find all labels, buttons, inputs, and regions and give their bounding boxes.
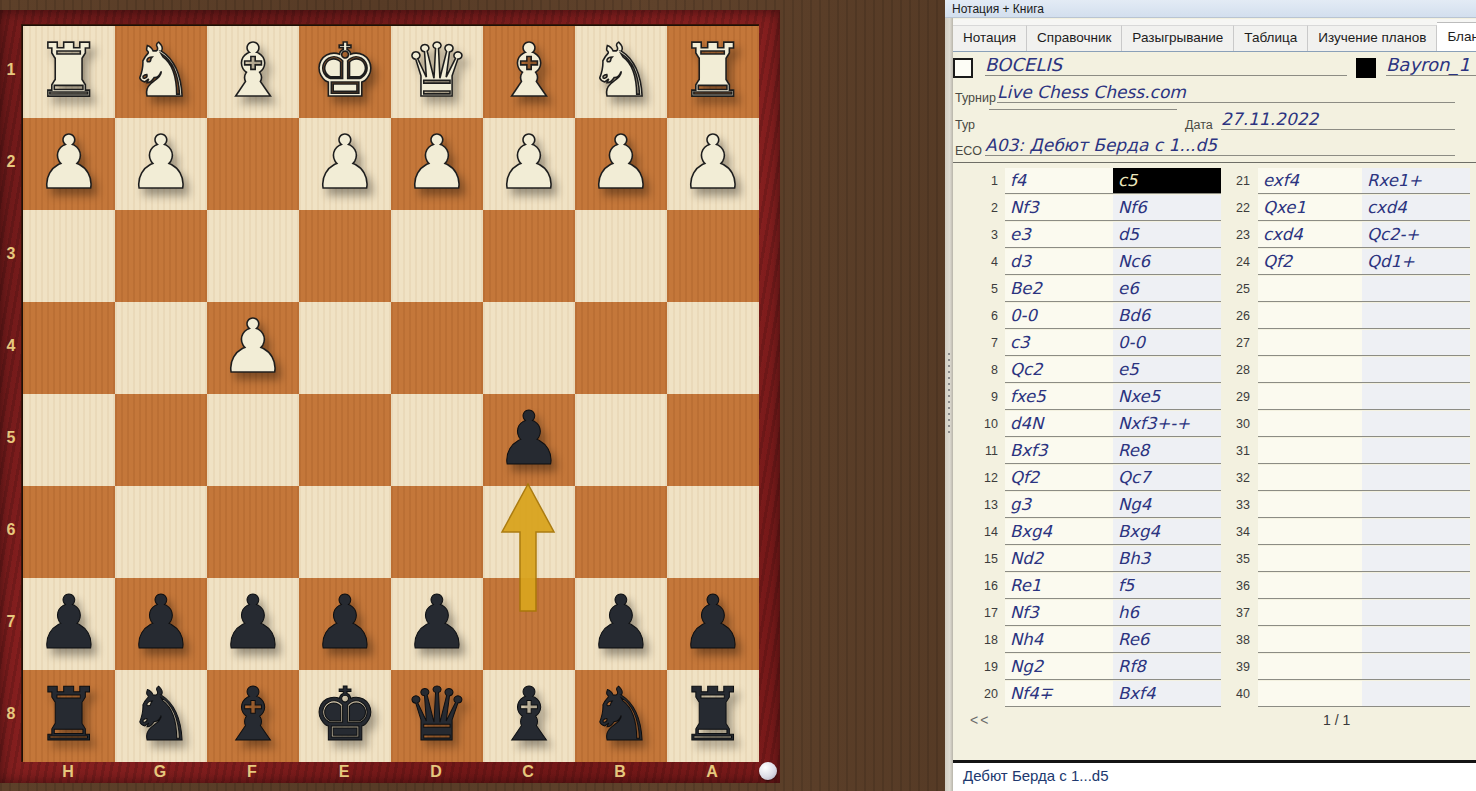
rank-label-6: 6 bbox=[0, 521, 22, 539]
move-row-23: 23cxd4Qc2-+ bbox=[953, 222, 1476, 249]
move-40-white[interactable] bbox=[1258, 681, 1362, 707]
move-24-black[interactable]: Qd1+ bbox=[1362, 249, 1470, 275]
piece-white-rook-a1[interactable]: ♜ bbox=[667, 26, 759, 118]
board-options-button[interactable] bbox=[759, 762, 777, 780]
move-35-black[interactable] bbox=[1362, 546, 1470, 572]
piece-white-pawn-b2[interactable]: ♟ bbox=[575, 118, 667, 210]
rank-label-2: 2 bbox=[0, 153, 22, 171]
square-e2[interactable]: ♟ bbox=[299, 118, 391, 210]
square-g1[interactable]: ♞ bbox=[115, 26, 207, 118]
square-a6[interactable] bbox=[667, 486, 759, 578]
file-label-F: F bbox=[206, 763, 298, 781]
move-number-30: 30 bbox=[1205, 417, 1250, 431]
piece-white-knight-b1[interactable]: ♞ bbox=[575, 26, 667, 118]
square-e7[interactable]: ♟ bbox=[299, 578, 391, 670]
chess-board[interactable]: ♜♞♝♚♛♝♞♜♟♟♟♟♟♟♟♟♟♟♟♟♟♟♟♟♜♞♝♚♛♝♞♜ bbox=[22, 25, 758, 761]
move-number-40: 40 bbox=[1205, 687, 1250, 701]
square-h4[interactable] bbox=[23, 302, 115, 394]
move-number-34: 34 bbox=[1205, 525, 1250, 539]
piece-white-pawn-c2[interactable]: ♟ bbox=[483, 118, 575, 210]
eco-label: ECO bbox=[955, 144, 982, 158]
piece-white-king-e1[interactable]: ♚ bbox=[299, 26, 391, 118]
square-g7[interactable]: ♟ bbox=[115, 578, 207, 670]
file-label-H: H bbox=[22, 763, 114, 781]
tournament-value[interactable]: Live Chess Chess.com bbox=[997, 82, 1455, 103]
square-f8[interactable]: ♝ bbox=[207, 670, 299, 762]
chess-board-frame: ♜♞♝♚♛♝♞♜♟♟♟♟♟♟♟♟♟♟♟♟♟♟♟♟♜♞♝♚♛♝♞♜ 1234567… bbox=[0, 10, 780, 783]
move-34-white[interactable] bbox=[1258, 519, 1362, 545]
piece-black-pawn-c5[interactable]: ♟ bbox=[483, 394, 575, 486]
square-f6[interactable] bbox=[207, 486, 299, 578]
piece-black-queen-d8[interactable]: ♛ bbox=[391, 670, 483, 762]
square-c4[interactable] bbox=[483, 302, 575, 394]
square-h3[interactable] bbox=[23, 210, 115, 302]
square-g3[interactable] bbox=[115, 210, 207, 302]
move-21-white[interactable]: exf4 bbox=[1258, 168, 1362, 194]
move-25-black[interactable] bbox=[1362, 276, 1470, 302]
move-number-36: 36 bbox=[1205, 579, 1250, 593]
move-23-white[interactable]: cxd4 bbox=[1258, 222, 1362, 248]
move-38-white[interactable] bbox=[1258, 627, 1362, 653]
move-40-black[interactable] bbox=[1362, 681, 1470, 707]
move-28-white[interactable] bbox=[1258, 357, 1362, 383]
square-h5[interactable] bbox=[23, 394, 115, 486]
tab-reference[interactable]: Справочник bbox=[1027, 25, 1122, 51]
move-21-black[interactable]: Rxe1+ bbox=[1362, 168, 1470, 194]
square-e1[interactable]: ♚ bbox=[299, 26, 391, 118]
square-g5[interactable] bbox=[115, 394, 207, 486]
file-label-A: A bbox=[666, 763, 758, 781]
move-30-white[interactable] bbox=[1258, 411, 1362, 437]
square-f5[interactable] bbox=[207, 394, 299, 486]
move-row-33: 33 bbox=[953, 492, 1476, 519]
square-b1[interactable]: ♞ bbox=[575, 26, 667, 118]
piece-white-pawn-f4[interactable]: ♟ bbox=[207, 302, 299, 394]
square-c6[interactable] bbox=[483, 486, 575, 578]
move-37-black[interactable] bbox=[1362, 600, 1470, 626]
file-label-B: B bbox=[574, 763, 666, 781]
move-27-white[interactable] bbox=[1258, 330, 1362, 356]
scoresheet-content: BOCELIS Bayron_1 Турнир Live Chess Chess… bbox=[953, 52, 1476, 760]
piece-black-knight-b8[interactable]: ♞ bbox=[575, 670, 667, 762]
square-h6[interactable] bbox=[23, 486, 115, 578]
move-number-26: 26 bbox=[1205, 309, 1250, 323]
square-a2[interactable]: ♟ bbox=[667, 118, 759, 210]
move-number-29: 29 bbox=[1205, 390, 1250, 404]
move-31-black[interactable] bbox=[1362, 438, 1470, 464]
tournament-label: Турнир bbox=[955, 91, 996, 105]
tab-playout[interactable]: Разыгрывание bbox=[1122, 25, 1234, 51]
piece-white-pawn-e2[interactable]: ♟ bbox=[299, 118, 391, 210]
move-number-31: 31 bbox=[1205, 444, 1250, 458]
tab-table[interactable]: Таблица bbox=[1234, 25, 1308, 51]
move-31-white[interactable] bbox=[1258, 438, 1362, 464]
move-row-37: 37 bbox=[953, 600, 1476, 627]
square-g4[interactable] bbox=[115, 302, 207, 394]
piece-black-rook-a8[interactable]: ♜ bbox=[667, 670, 759, 762]
square-d2[interactable]: ♟ bbox=[391, 118, 483, 210]
square-g2[interactable]: ♟ bbox=[115, 118, 207, 210]
square-c5[interactable]: ♟ bbox=[483, 394, 575, 486]
piece-white-pawn-d2[interactable]: ♟ bbox=[391, 118, 483, 210]
rank-label-4: 4 bbox=[0, 337, 22, 355]
piece-black-rook-h8[interactable]: ♜ bbox=[23, 670, 115, 762]
square-c8[interactable]: ♝ bbox=[483, 670, 575, 762]
move-22-white[interactable]: Qxe1 bbox=[1258, 195, 1362, 221]
notation-panel: Нотация + Книга Нотация Справочник Разыг… bbox=[945, 0, 1476, 791]
square-e6[interactable] bbox=[299, 486, 391, 578]
move-row-28: 28 bbox=[953, 357, 1476, 384]
move-row-38: 38 bbox=[953, 627, 1476, 654]
square-f2[interactable] bbox=[207, 118, 299, 210]
move-28-black[interactable] bbox=[1362, 357, 1470, 383]
move-number-39: 39 bbox=[1205, 660, 1250, 674]
tab-scoresheet[interactable]: Бланк bbox=[1437, 22, 1476, 51]
square-a4[interactable] bbox=[667, 302, 759, 394]
date-label: Дата bbox=[1185, 118, 1213, 132]
move-row-34: 34 bbox=[953, 519, 1476, 546]
move-24-white[interactable]: Qf2 bbox=[1258, 249, 1362, 275]
piece-black-pawn-e7[interactable]: ♟ bbox=[299, 578, 391, 670]
move-number-24: 24 bbox=[1205, 255, 1250, 269]
square-f3[interactable] bbox=[207, 210, 299, 302]
square-a1[interactable]: ♜ bbox=[667, 26, 759, 118]
piece-black-king-e8[interactable]: ♚ bbox=[299, 670, 391, 762]
move-25-white[interactable] bbox=[1258, 276, 1362, 302]
move-29-white[interactable] bbox=[1258, 384, 1362, 410]
piece-white-bishop-f1[interactable]: ♝ bbox=[207, 26, 299, 118]
move-32-black[interactable] bbox=[1362, 465, 1470, 491]
square-d4[interactable] bbox=[391, 302, 483, 394]
piece-white-rook-h1[interactable]: ♜ bbox=[23, 26, 115, 118]
move-row-30: 30 bbox=[953, 411, 1476, 438]
piece-black-pawn-d7[interactable]: ♟ bbox=[391, 578, 483, 670]
file-label-E: E bbox=[298, 763, 390, 781]
square-g6[interactable] bbox=[115, 486, 207, 578]
piece-white-pawn-a2[interactable]: ♟ bbox=[667, 118, 759, 210]
move-number-37: 37 bbox=[1205, 606, 1250, 620]
black-color-icon bbox=[1356, 58, 1376, 78]
piece-black-bishop-c8[interactable]: ♝ bbox=[483, 670, 575, 762]
move-row-29: 29 bbox=[953, 384, 1476, 411]
piece-black-pawn-h7[interactable]: ♟ bbox=[23, 578, 115, 670]
panel-tabs: Нотация Справочник Разыгрывание Таблица … bbox=[953, 19, 1476, 51]
square-a5[interactable] bbox=[667, 394, 759, 486]
piece-black-pawn-g7[interactable]: ♟ bbox=[115, 578, 207, 670]
piece-white-queen-d1[interactable]: ♛ bbox=[391, 26, 483, 118]
header-moves-divider bbox=[953, 162, 1476, 163]
square-a7[interactable]: ♟ bbox=[667, 578, 759, 670]
piece-white-pawn-g2[interactable]: ♟ bbox=[115, 118, 207, 210]
splitter-grip-icon bbox=[948, 353, 950, 433]
move-33-black[interactable] bbox=[1362, 492, 1470, 518]
square-d6[interactable] bbox=[391, 486, 483, 578]
move-39-white[interactable] bbox=[1258, 654, 1362, 680]
square-d5[interactable] bbox=[391, 394, 483, 486]
square-c7[interactable] bbox=[483, 578, 575, 670]
panel-title: Нотация + Книга bbox=[945, 0, 1476, 18]
piece-black-pawn-a7[interactable]: ♟ bbox=[667, 578, 759, 670]
piece-white-bishop-c1[interactable]: ♝ bbox=[483, 26, 575, 118]
panel-splitter[interactable] bbox=[945, 18, 953, 791]
move-29-black[interactable] bbox=[1362, 384, 1470, 410]
square-h2[interactable]: ♟ bbox=[23, 118, 115, 210]
move-number-25: 25 bbox=[1205, 282, 1250, 296]
white-player-name[interactable]: BOCELIS bbox=[985, 54, 1347, 76]
square-e3[interactable] bbox=[299, 210, 391, 302]
move-39-black[interactable] bbox=[1362, 654, 1470, 680]
square-c3[interactable] bbox=[483, 210, 575, 302]
square-d8[interactable]: ♛ bbox=[391, 670, 483, 762]
square-h1[interactable]: ♜ bbox=[23, 26, 115, 118]
white-color-icon bbox=[953, 58, 973, 78]
move-26-black[interactable] bbox=[1362, 303, 1470, 329]
square-f7[interactable]: ♟ bbox=[207, 578, 299, 670]
piece-black-pawn-f7[interactable]: ♟ bbox=[207, 578, 299, 670]
square-e5[interactable] bbox=[299, 394, 391, 486]
move-30-black[interactable] bbox=[1362, 411, 1470, 437]
square-e8[interactable]: ♚ bbox=[299, 670, 391, 762]
move-35-white[interactable] bbox=[1258, 546, 1362, 572]
square-b4[interactable] bbox=[575, 302, 667, 394]
rank-label-5: 5 bbox=[0, 429, 22, 447]
move-row-26: 26 bbox=[953, 303, 1476, 330]
square-h7[interactable]: ♟ bbox=[23, 578, 115, 670]
move-row-35: 35 bbox=[953, 546, 1476, 573]
square-e4[interactable] bbox=[299, 302, 391, 394]
square-b6[interactable] bbox=[575, 486, 667, 578]
move-22-black[interactable]: cxd4 bbox=[1362, 195, 1470, 221]
square-f4[interactable]: ♟ bbox=[207, 302, 299, 394]
move-number-27: 27 bbox=[1205, 336, 1250, 350]
tab-plan-study[interactable]: Изучение планов bbox=[1308, 25, 1437, 51]
move-32-white[interactable] bbox=[1258, 465, 1362, 491]
move-36-black[interactable] bbox=[1362, 573, 1470, 599]
move-row-36: 36 bbox=[953, 573, 1476, 600]
move-number-32: 32 bbox=[1205, 471, 1250, 485]
square-c2[interactable]: ♟ bbox=[483, 118, 575, 210]
square-f1[interactable]: ♝ bbox=[207, 26, 299, 118]
piece-white-pawn-h2[interactable]: ♟ bbox=[23, 118, 115, 210]
move-26-white[interactable] bbox=[1258, 303, 1362, 329]
tab-notation[interactable]: Нотация bbox=[953, 25, 1027, 51]
square-b7[interactable]: ♟ bbox=[575, 578, 667, 670]
move-27-black[interactable] bbox=[1362, 330, 1470, 356]
rank-label-1: 1 bbox=[0, 61, 22, 79]
square-g8[interactable]: ♞ bbox=[115, 670, 207, 762]
square-d3[interactable] bbox=[391, 210, 483, 302]
rank-label-8: 8 bbox=[0, 705, 22, 723]
file-label-C: C bbox=[482, 763, 574, 781]
page-back-button[interactable]: << bbox=[970, 712, 990, 728]
file-label-G: G bbox=[114, 763, 206, 781]
rank-label-7: 7 bbox=[0, 613, 22, 631]
piece-black-knight-g8[interactable]: ♞ bbox=[115, 670, 207, 762]
status-bar-opening-name: Дебют Берда с 1...d5 bbox=[953, 763, 1476, 791]
piece-black-pawn-b7[interactable]: ♟ bbox=[575, 578, 667, 670]
black-player-name[interactable]: Bayron_1 bbox=[1386, 54, 1476, 76]
move-34-black[interactable] bbox=[1362, 519, 1470, 545]
move-number-35: 35 bbox=[1205, 552, 1250, 566]
move-row-21: 21exf4Rxe1+ bbox=[953, 168, 1476, 195]
move-row-39: 39 bbox=[953, 654, 1476, 681]
square-d1[interactable]: ♛ bbox=[391, 26, 483, 118]
piece-white-knight-g1[interactable]: ♞ bbox=[115, 26, 207, 118]
move-number-33: 33 bbox=[1205, 498, 1250, 512]
page-indicator: 1 / 1 bbox=[1323, 712, 1350, 728]
round-label: Тур bbox=[955, 118, 975, 132]
move-number-23: 23 bbox=[1205, 228, 1250, 242]
rank-label-3: 3 bbox=[0, 245, 22, 263]
move-row-40: 40 bbox=[953, 681, 1476, 708]
move-row-32: 32 bbox=[953, 465, 1476, 492]
move-list: 1f4c52Nf3Nf63e3d54d3Nc65Be2e660-0Bd67c30… bbox=[953, 168, 1476, 708]
round-value[interactable] bbox=[989, 109, 1177, 110]
file-label-D: D bbox=[390, 763, 482, 781]
move-number-21: 21 bbox=[1205, 174, 1250, 188]
square-h8[interactable]: ♜ bbox=[23, 670, 115, 762]
square-b2[interactable]: ♟ bbox=[575, 118, 667, 210]
move-23-black[interactable]: Qc2-+ bbox=[1362, 222, 1470, 248]
square-c1[interactable]: ♝ bbox=[483, 26, 575, 118]
move-38-black[interactable] bbox=[1362, 627, 1470, 653]
square-a8[interactable]: ♜ bbox=[667, 670, 759, 762]
chess-application-window: ♜♞♝♚♛♝♞♜♟♟♟♟♟♟♟♟♟♟♟♟♟♟♟♟♜♞♝♚♛♝♞♜ 1234567… bbox=[0, 0, 1476, 791]
piece-black-bishop-f8[interactable]: ♝ bbox=[207, 670, 299, 762]
move-number-22: 22 bbox=[1205, 201, 1250, 215]
square-b8[interactable]: ♞ bbox=[575, 670, 667, 762]
move-row-22: 22Qxe1cxd4 bbox=[953, 195, 1476, 222]
move-row-25: 25 bbox=[953, 276, 1476, 303]
square-a3[interactable] bbox=[667, 210, 759, 302]
square-b3[interactable] bbox=[575, 210, 667, 302]
move-36-white[interactable] bbox=[1258, 573, 1362, 599]
move-row-27: 27 bbox=[953, 330, 1476, 357]
move-row-31: 31 bbox=[953, 438, 1476, 465]
move-row-24: 24Qf2Qd1+ bbox=[953, 249, 1476, 276]
move-number-38: 38 bbox=[1205, 633, 1250, 647]
move-33-white[interactable] bbox=[1258, 492, 1362, 518]
move-37-white[interactable] bbox=[1258, 600, 1362, 626]
eco-value[interactable]: A03: Дебют Берда с 1...d5 bbox=[985, 135, 1455, 156]
date-value[interactable]: 27.11.2022 bbox=[1221, 109, 1455, 130]
board-background-wood: ♜♞♝♚♛♝♞♜♟♟♟♟♟♟♟♟♟♟♟♟♟♟♟♟♜♞♝♚♛♝♞♜ 1234567… bbox=[0, 0, 945, 791]
move-number-28: 28 bbox=[1205, 363, 1250, 377]
square-b5[interactable] bbox=[575, 394, 667, 486]
square-d7[interactable]: ♟ bbox=[391, 578, 483, 670]
